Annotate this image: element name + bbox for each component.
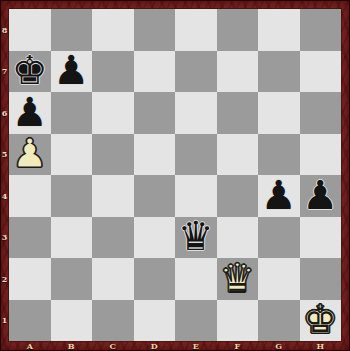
- square-a1[interactable]: [9, 300, 51, 342]
- square-c7[interactable]: [92, 51, 134, 93]
- square-h8[interactable]: [300, 9, 342, 51]
- square-h5[interactable]: [300, 134, 342, 176]
- black-king[interactable]: ♚: [12, 51, 48, 91]
- file-label: G: [258, 341, 300, 351]
- square-f3[interactable]: [217, 217, 259, 259]
- square-h7[interactable]: [300, 51, 342, 93]
- square-f2[interactable]: ♛: [217, 258, 259, 300]
- square-e1[interactable]: [175, 300, 217, 342]
- rank-label: 4: [0, 175, 9, 217]
- square-e4[interactable]: [175, 175, 217, 217]
- square-b4[interactable]: [51, 175, 93, 217]
- square-f7[interactable]: [217, 51, 259, 93]
- square-c3[interactable]: [92, 217, 134, 259]
- square-c5[interactable]: [92, 134, 134, 176]
- square-a3[interactable]: [9, 217, 51, 259]
- square-a5[interactable]: ♟: [9, 134, 51, 176]
- square-g8[interactable]: [258, 9, 300, 51]
- square-c8[interactable]: [92, 9, 134, 51]
- square-h3[interactable]: [300, 217, 342, 259]
- white-king[interactable]: ♚: [302, 300, 338, 340]
- file-label: D: [134, 341, 176, 351]
- square-g1[interactable]: [258, 300, 300, 342]
- square-g6[interactable]: [258, 92, 300, 134]
- square-d6[interactable]: [134, 92, 176, 134]
- rank-label: 7: [0, 51, 9, 93]
- square-a2[interactable]: [9, 258, 51, 300]
- square-b1[interactable]: [51, 300, 93, 342]
- square-e8[interactable]: [175, 9, 217, 51]
- square-c4[interactable]: [92, 175, 134, 217]
- black-pawn[interactable]: ♟: [261, 175, 297, 215]
- square-a7[interactable]: ♚: [9, 51, 51, 93]
- white-queen[interactable]: ♛: [219, 258, 255, 298]
- square-f6[interactable]: [217, 92, 259, 134]
- rank-label: 1: [0, 300, 9, 342]
- square-d1[interactable]: [134, 300, 176, 342]
- white-pawn[interactable]: ♟: [12, 134, 48, 174]
- square-g3[interactable]: [258, 217, 300, 259]
- square-b2[interactable]: [51, 258, 93, 300]
- square-b5[interactable]: [51, 134, 93, 176]
- square-h1[interactable]: ♚: [300, 300, 342, 342]
- square-b6[interactable]: [51, 92, 93, 134]
- square-a6[interactable]: ♟: [9, 92, 51, 134]
- square-e3[interactable]: ♛: [175, 217, 217, 259]
- file-label: A: [9, 341, 51, 351]
- square-c2[interactable]: [92, 258, 134, 300]
- square-e7[interactable]: [175, 51, 217, 93]
- board-frame: 87654321 ♚♟♟♟♟♟♛♛♚ ABCDEFGH: [0, 0, 350, 351]
- rank-label: 2: [0, 258, 9, 300]
- square-d7[interactable]: [134, 51, 176, 93]
- square-f4[interactable]: [217, 175, 259, 217]
- file-labels: ABCDEFGH: [9, 341, 341, 351]
- square-c1[interactable]: [92, 300, 134, 342]
- square-h2[interactable]: [300, 258, 342, 300]
- square-d4[interactable]: [134, 175, 176, 217]
- black-pawn[interactable]: ♟: [53, 51, 89, 91]
- square-h4[interactable]: ♟: [300, 175, 342, 217]
- rank-label: 8: [0, 9, 9, 51]
- square-g2[interactable]: [258, 258, 300, 300]
- rank-label: 5: [0, 134, 9, 176]
- file-label: E: [175, 341, 217, 351]
- square-d3[interactable]: [134, 217, 176, 259]
- black-pawn[interactable]: ♟: [12, 92, 48, 132]
- rank-label: 6: [0, 92, 9, 134]
- square-g7[interactable]: [258, 51, 300, 93]
- square-b3[interactable]: [51, 217, 93, 259]
- square-g5[interactable]: [258, 134, 300, 176]
- file-label: B: [51, 341, 93, 351]
- square-d8[interactable]: [134, 9, 176, 51]
- square-e5[interactable]: [175, 134, 217, 176]
- square-e2[interactable]: [175, 258, 217, 300]
- square-b7[interactable]: ♟: [51, 51, 93, 93]
- chess-board: ♚♟♟♟♟♟♛♛♚: [9, 9, 341, 341]
- square-b8[interactable]: [51, 9, 93, 51]
- square-f5[interactable]: [217, 134, 259, 176]
- square-f8[interactable]: [217, 9, 259, 51]
- square-h6[interactable]: [300, 92, 342, 134]
- square-g4[interactable]: ♟: [258, 175, 300, 217]
- file-label: F: [217, 341, 259, 351]
- black-queen[interactable]: ♛: [178, 217, 214, 257]
- rank-labels: 87654321: [0, 9, 9, 341]
- square-d2[interactable]: [134, 258, 176, 300]
- square-d5[interactable]: [134, 134, 176, 176]
- square-e6[interactable]: [175, 92, 217, 134]
- rank-label: 3: [0, 217, 9, 259]
- square-f1[interactable]: [217, 300, 259, 342]
- square-a4[interactable]: [9, 175, 51, 217]
- file-label: H: [300, 341, 342, 351]
- square-a8[interactable]: [9, 9, 51, 51]
- file-label: C: [92, 341, 134, 351]
- black-pawn[interactable]: ♟: [302, 175, 338, 215]
- square-c6[interactable]: [92, 92, 134, 134]
